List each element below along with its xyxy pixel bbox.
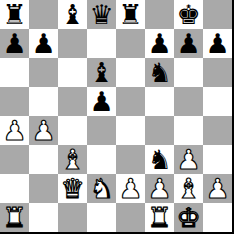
square-g5[interactable] <box>174 87 203 116</box>
square-f5[interactable] <box>145 87 174 116</box>
white-bishop: ♝ <box>176 174 200 203</box>
square-a8[interactable]: ♜ <box>0 0 29 29</box>
square-e2[interactable]: ♟ <box>116 174 145 203</box>
square-c5[interactable] <box>58 87 87 116</box>
square-g4[interactable] <box>174 116 203 145</box>
square-b1[interactable] <box>29 203 58 232</box>
black-pawn: ♟ <box>89 87 113 116</box>
square-f3[interactable]: ♞ <box>145 145 174 174</box>
square-e3[interactable] <box>116 145 145 174</box>
square-d4[interactable] <box>87 116 116 145</box>
square-h5[interactable] <box>203 87 232 116</box>
black-rook: ♜ <box>2 0 26 29</box>
square-c4[interactable] <box>58 116 87 145</box>
white-pawn: ♟ <box>2 116 26 145</box>
white-pawn: ♟ <box>118 174 142 203</box>
square-f4[interactable] <box>145 116 174 145</box>
square-b5[interactable] <box>29 87 58 116</box>
chess-board: ♜♝♛♜♚♟♟♟♟♟♝♞♟♟♟♝♞♟♛♞♟♟♝♟♜♜♚ <box>0 0 232 232</box>
square-f1[interactable]: ♜ <box>145 203 174 232</box>
black-pawn: ♟ <box>31 29 55 58</box>
square-a5[interactable] <box>0 87 29 116</box>
square-b3[interactable] <box>29 145 58 174</box>
square-h7[interactable]: ♟ <box>203 29 232 58</box>
square-c1[interactable] <box>58 203 87 232</box>
white-queen: ♛ <box>60 174 84 203</box>
square-g2[interactable]: ♝ <box>174 174 203 203</box>
white-rook: ♜ <box>2 203 26 232</box>
square-h3[interactable] <box>203 145 232 174</box>
white-king: ♚ <box>176 203 200 232</box>
square-b2[interactable] <box>29 174 58 203</box>
black-pawn: ♟ <box>176 29 200 58</box>
square-b6[interactable] <box>29 58 58 87</box>
square-g1[interactable]: ♚ <box>174 203 203 232</box>
square-d1[interactable] <box>87 203 116 232</box>
square-e5[interactable] <box>116 87 145 116</box>
square-g6[interactable] <box>174 58 203 87</box>
square-a1[interactable]: ♜ <box>0 203 29 232</box>
square-f7[interactable]: ♟ <box>145 29 174 58</box>
square-g3[interactable]: ♟ <box>174 145 203 174</box>
square-e7[interactable] <box>116 29 145 58</box>
square-g7[interactable]: ♟ <box>174 29 203 58</box>
square-b4[interactable]: ♟ <box>29 116 58 145</box>
square-e8[interactable]: ♜ <box>116 0 145 29</box>
square-b8[interactable] <box>29 0 58 29</box>
square-h8[interactable] <box>203 0 232 29</box>
square-a3[interactable] <box>0 145 29 174</box>
white-rook: ♜ <box>147 203 171 232</box>
black-rook: ♜ <box>118 0 142 29</box>
white-pawn: ♟ <box>147 174 171 203</box>
square-a2[interactable] <box>0 174 29 203</box>
square-e1[interactable] <box>116 203 145 232</box>
black-king: ♚ <box>176 0 200 29</box>
square-c2[interactable]: ♛ <box>58 174 87 203</box>
square-e4[interactable] <box>116 116 145 145</box>
square-e6[interactable] <box>116 58 145 87</box>
white-pawn: ♟ <box>31 116 55 145</box>
square-f2[interactable]: ♟ <box>145 174 174 203</box>
square-c8[interactable]: ♝ <box>58 0 87 29</box>
square-f8[interactable] <box>145 0 174 29</box>
square-h1[interactable] <box>203 203 232 232</box>
square-h6[interactable] <box>203 58 232 87</box>
chess-board-frame: ♜♝♛♜♚♟♟♟♟♟♝♞♟♟♟♝♞♟♛♞♟♟♝♟♜♜♚ <box>0 0 234 234</box>
square-f6[interactable]: ♞ <box>145 58 174 87</box>
black-queen: ♛ <box>89 0 113 29</box>
square-d2[interactable]: ♞ <box>87 174 116 203</box>
black-bishop: ♝ <box>89 58 113 87</box>
black-pawn: ♟ <box>2 29 26 58</box>
white-bishop: ♝ <box>60 145 84 174</box>
square-a4[interactable]: ♟ <box>0 116 29 145</box>
square-d8[interactable]: ♛ <box>87 0 116 29</box>
black-knight: ♞ <box>147 58 171 87</box>
black-pawn: ♟ <box>147 29 171 58</box>
square-d7[interactable] <box>87 29 116 58</box>
black-pawn: ♟ <box>205 29 229 58</box>
square-g8[interactable]: ♚ <box>174 0 203 29</box>
black-bishop: ♝ <box>60 0 84 29</box>
square-h2[interactable]: ♟ <box>203 174 232 203</box>
square-c7[interactable] <box>58 29 87 58</box>
square-a6[interactable] <box>0 58 29 87</box>
black-knight: ♞ <box>147 145 171 174</box>
square-a7[interactable]: ♟ <box>0 29 29 58</box>
square-h4[interactable] <box>203 116 232 145</box>
white-pawn: ♟ <box>205 174 229 203</box>
square-d3[interactable] <box>87 145 116 174</box>
white-pawn: ♟ <box>176 145 200 174</box>
white-knight: ♞ <box>89 174 113 203</box>
square-b7[interactable]: ♟ <box>29 29 58 58</box>
square-d5[interactable]: ♟ <box>87 87 116 116</box>
square-d6[interactable]: ♝ <box>87 58 116 87</box>
square-c6[interactable] <box>58 58 87 87</box>
square-c3[interactable]: ♝ <box>58 145 87 174</box>
